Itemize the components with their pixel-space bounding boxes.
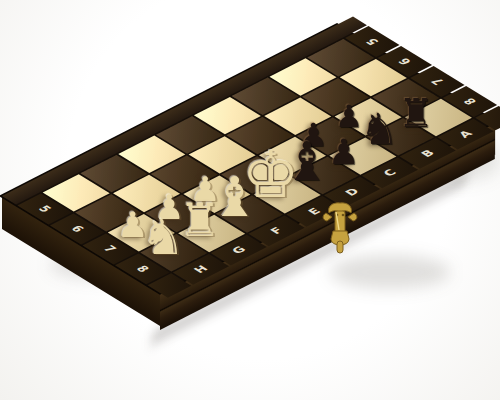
- piece-black-knight-b8[interactable]: ♞: [360, 108, 399, 151]
- piece-black-pawn-b7[interactable]: ♟: [335, 101, 363, 132]
- box-shadow: [330, 255, 450, 289]
- brass-clasp[interactable]: [320, 201, 360, 257]
- piece-black-pawn-c8[interactable]: ♟: [328, 135, 359, 170]
- piece-white-rook-g8[interactable]: ♜: [179, 197, 220, 243]
- piece-black-rook-a8[interactable]: ♜: [398, 93, 434, 133]
- chess-box-scene: 55667788HGFEDCBA ♚♝♜♞♟♟♟♝♟♞♜♟♟: [0, 0, 500, 400]
- piece-white-knight-h8[interactable]: ♞: [141, 213, 185, 262]
